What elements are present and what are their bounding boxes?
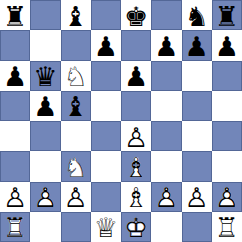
square-f4[interactable] bbox=[151, 121, 181, 151]
square-h2[interactable]: ♟♙ bbox=[212, 182, 242, 212]
white-pawn-icon: ♟♙ bbox=[0, 182, 30, 212]
square-a6[interactable]: ♟ bbox=[0, 61, 30, 91]
square-h1[interactable]: ♜♖ bbox=[212, 212, 242, 242]
black-pawn-icon: ♟ bbox=[151, 31, 181, 61]
white-knight-icon: ♞♘ bbox=[61, 152, 91, 182]
square-b5[interactable]: ♟ bbox=[30, 91, 60, 121]
square-f7[interactable]: ♟ bbox=[151, 30, 181, 60]
chess-board: ♜♝♚♞♜♟♟♟♟♟♛♞♘♟♟♝♟♙♞♘♝♗♟♙♟♙♟♙♝♗♟♙♟♙♟♙♜♖♛♕… bbox=[0, 0, 242, 242]
black-rook-icon: ♜ bbox=[0, 1, 30, 31]
square-a4[interactable] bbox=[0, 121, 30, 151]
square-a1[interactable]: ♜♖ bbox=[0, 212, 30, 242]
square-b6[interactable]: ♛ bbox=[30, 61, 60, 91]
square-e7[interactable] bbox=[121, 30, 151, 60]
black-knight-icon: ♞ bbox=[182, 1, 212, 31]
white-pawn-icon: ♟♙ bbox=[182, 182, 212, 212]
square-b7[interactable] bbox=[30, 30, 60, 60]
white-bishop-icon: ♝♗ bbox=[121, 152, 151, 182]
square-g4[interactable] bbox=[182, 121, 212, 151]
square-g6[interactable] bbox=[182, 61, 212, 91]
white-pawn-icon: ♟♙ bbox=[151, 182, 181, 212]
square-a2[interactable]: ♟♙ bbox=[0, 182, 30, 212]
black-king-icon: ♚ bbox=[121, 1, 151, 31]
square-g3[interactable] bbox=[182, 151, 212, 181]
white-pawn-icon: ♟♙ bbox=[61, 182, 91, 212]
white-pawn-icon: ♟♙ bbox=[30, 182, 60, 212]
black-pawn-icon: ♟ bbox=[30, 91, 60, 121]
square-h8[interactable]: ♜ bbox=[212, 0, 242, 30]
square-c7[interactable] bbox=[61, 30, 91, 60]
square-b4[interactable] bbox=[30, 121, 60, 151]
square-f2[interactable]: ♟♙ bbox=[151, 182, 181, 212]
square-f6[interactable] bbox=[151, 61, 181, 91]
square-b2[interactable]: ♟♙ bbox=[30, 182, 60, 212]
square-b3[interactable] bbox=[30, 151, 60, 181]
square-h4[interactable] bbox=[212, 121, 242, 151]
square-a8[interactable]: ♜ bbox=[0, 0, 30, 30]
square-f3[interactable] bbox=[151, 151, 181, 181]
square-g2[interactable]: ♟♙ bbox=[182, 182, 212, 212]
black-bishop-icon: ♝ bbox=[61, 91, 91, 121]
square-a7[interactable] bbox=[0, 30, 30, 60]
black-pawn-icon: ♟ bbox=[0, 61, 30, 91]
white-rook-icon: ♜♖ bbox=[0, 212, 30, 242]
square-e4[interactable]: ♟♙ bbox=[121, 121, 151, 151]
square-d1[interactable]: ♛♕ bbox=[91, 212, 121, 242]
white-pawn-icon: ♟♙ bbox=[212, 182, 242, 212]
square-a3[interactable] bbox=[0, 151, 30, 181]
white-knight-icon: ♞♘ bbox=[61, 61, 91, 91]
square-b8[interactable] bbox=[30, 0, 60, 30]
square-e6[interactable]: ♟ bbox=[121, 61, 151, 91]
square-h5[interactable] bbox=[212, 91, 242, 121]
black-pawn-icon: ♟ bbox=[121, 61, 151, 91]
white-queen-icon: ♛♕ bbox=[91, 212, 121, 242]
square-c1[interactable] bbox=[61, 212, 91, 242]
square-a5[interactable] bbox=[0, 91, 30, 121]
black-bishop-icon: ♝ bbox=[61, 1, 91, 31]
square-c3[interactable]: ♞♘ bbox=[61, 151, 91, 181]
square-d4[interactable] bbox=[91, 121, 121, 151]
square-h6[interactable] bbox=[212, 61, 242, 91]
white-rook-icon: ♜♖ bbox=[212, 212, 242, 242]
square-c5[interactable]: ♝ bbox=[61, 91, 91, 121]
black-pawn-icon: ♟ bbox=[212, 31, 242, 61]
square-h3[interactable] bbox=[212, 151, 242, 181]
square-c6[interactable]: ♞♘ bbox=[61, 61, 91, 91]
black-queen-icon: ♛ bbox=[30, 61, 60, 91]
square-e8[interactable]: ♚ bbox=[121, 0, 151, 30]
square-h7[interactable]: ♟ bbox=[212, 30, 242, 60]
square-e2[interactable]: ♝♗ bbox=[121, 182, 151, 212]
square-e5[interactable] bbox=[121, 91, 151, 121]
square-c2[interactable]: ♟♙ bbox=[61, 182, 91, 212]
square-b1[interactable] bbox=[30, 212, 60, 242]
square-d8[interactable] bbox=[91, 0, 121, 30]
square-f5[interactable] bbox=[151, 91, 181, 121]
square-e1[interactable]: ♚♔ bbox=[121, 212, 151, 242]
square-g7[interactable]: ♟ bbox=[182, 30, 212, 60]
square-e3[interactable]: ♝♗ bbox=[121, 151, 151, 181]
black-pawn-icon: ♟ bbox=[91, 31, 121, 61]
square-d5[interactable] bbox=[91, 91, 121, 121]
black-rook-icon: ♜ bbox=[212, 1, 242, 31]
square-d3[interactable] bbox=[91, 151, 121, 181]
square-g8[interactable]: ♞ bbox=[182, 0, 212, 30]
square-g5[interactable] bbox=[182, 91, 212, 121]
square-d6[interactable] bbox=[91, 61, 121, 91]
square-f8[interactable] bbox=[151, 0, 181, 30]
square-d2[interactable] bbox=[91, 182, 121, 212]
square-c4[interactable] bbox=[61, 121, 91, 151]
white-pawn-icon: ♟♙ bbox=[121, 122, 151, 152]
white-king-icon: ♚♔ bbox=[121, 212, 151, 242]
white-bishop-icon: ♝♗ bbox=[121, 182, 151, 212]
square-g1[interactable] bbox=[182, 212, 212, 242]
square-c8[interactable]: ♝ bbox=[61, 0, 91, 30]
black-pawn-icon: ♟ bbox=[182, 31, 212, 61]
square-d7[interactable]: ♟ bbox=[91, 30, 121, 60]
square-f1[interactable] bbox=[151, 212, 181, 242]
